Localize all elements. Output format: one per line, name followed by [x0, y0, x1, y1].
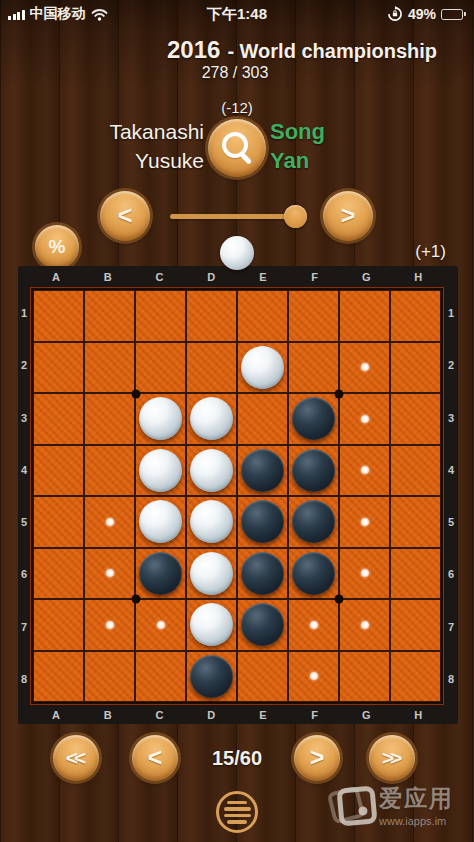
cell-G8[interactable]: [340, 652, 389, 702]
watermark-url: www.iapps.im: [379, 815, 454, 827]
cell-H3[interactable]: [391, 394, 440, 444]
col-label-B: B: [82, 266, 134, 287]
white-disc-C5: [139, 500, 182, 543]
cell-H7[interactable]: [391, 600, 440, 650]
analyze-button[interactable]: [208, 119, 266, 177]
cell-D6[interactable]: [187, 549, 236, 599]
col-label-G: G: [341, 705, 393, 724]
legal-move-dot-F7[interactable]: [310, 621, 318, 629]
col-label-C: C: [134, 705, 186, 724]
cell-E4[interactable]: [238, 446, 287, 496]
watermark-name: 爱应用: [379, 783, 454, 814]
black-disc-F3: [292, 397, 335, 440]
legal-move-dot-C7[interactable]: [157, 621, 165, 629]
cell-A1[interactable]: [34, 291, 83, 341]
white-disc-C4: [139, 449, 182, 492]
cell-A4[interactable]: [34, 446, 83, 496]
cell-B4[interactable]: [85, 446, 134, 496]
row-label-5: 5: [444, 496, 458, 548]
cell-B7[interactable]: [85, 600, 134, 650]
cell-D8[interactable]: [187, 652, 236, 702]
cell-D7[interactable]: [187, 600, 236, 650]
cell-A8[interactable]: [34, 652, 83, 702]
black-disc-F4: [292, 449, 335, 492]
legal-move-dot-F8[interactable]: [310, 672, 318, 680]
cell-F5[interactable]: [289, 497, 338, 547]
othello-board: ABCDEFGH 12345678 12345678 ABCDEFGH: [18, 266, 458, 724]
row-labels-left: 12345678: [18, 287, 30, 705]
cell-H6[interactable]: [391, 549, 440, 599]
cell-H4[interactable]: [391, 446, 440, 496]
white-disc-C3: [139, 397, 182, 440]
cell-F1[interactable]: [289, 291, 338, 341]
player-left-name: Takanashi Yusuke: [0, 117, 204, 175]
row-label-6: 6: [18, 548, 30, 600]
cell-G2[interactable]: [340, 343, 389, 393]
row-label-5: 5: [18, 496, 30, 548]
eval-annotation-top: (-12): [0, 99, 474, 116]
cell-F8[interactable]: [289, 652, 338, 702]
cell-E6[interactable]: [238, 549, 287, 599]
page-title: 2016- World championship: [167, 36, 437, 64]
cell-D2[interactable]: [187, 343, 236, 393]
legal-move-dot-G6[interactable]: [361, 569, 369, 577]
col-label-B: B: [82, 705, 134, 724]
column-labels-bottom: ABCDEFGH: [30, 705, 444, 724]
game-slider-knob[interactable]: [284, 205, 307, 228]
white-disc-E2: [241, 346, 284, 389]
black-disc-F6: [292, 552, 335, 595]
row-label-2: 2: [18, 339, 30, 391]
cell-A2[interactable]: [34, 343, 83, 393]
white-disc-D3: [190, 397, 233, 440]
white-disc-D5: [190, 500, 233, 543]
cell-C8[interactable]: [136, 652, 185, 702]
cell-E5[interactable]: [238, 497, 287, 547]
col-label-D: D: [185, 266, 237, 287]
row-label-7: 7: [18, 601, 30, 653]
cell-D1[interactable]: [187, 291, 236, 341]
legal-move-dot-B5[interactable]: [106, 518, 114, 526]
col-label-H: H: [392, 705, 444, 724]
col-label-A: A: [30, 266, 82, 287]
white-disc-D7: [190, 603, 233, 646]
cell-D4[interactable]: [187, 446, 236, 496]
status-bar: 中国移动 下午1:48 49%: [0, 0, 474, 28]
iapps-logo-icon: [330, 783, 372, 827]
black-disc-E7: [241, 603, 284, 646]
slider-prev-button[interactable]: <: [100, 191, 150, 241]
cell-A3[interactable]: [34, 394, 83, 444]
star-point: [334, 389, 343, 398]
cell-B6[interactable]: [85, 549, 134, 599]
cell-B1[interactable]: [85, 291, 134, 341]
last-move-button[interactable]: >>: [369, 735, 415, 781]
cell-G6[interactable]: [340, 549, 389, 599]
title-year: 2016: [167, 36, 220, 63]
cell-F4[interactable]: [289, 446, 338, 496]
cell-E2[interactable]: [238, 343, 287, 393]
cell-E7[interactable]: [238, 600, 287, 650]
cell-H1[interactable]: [391, 291, 440, 341]
legal-move-dot-G5[interactable]: [361, 518, 369, 526]
row-label-8: 8: [444, 653, 458, 705]
cell-F2[interactable]: [289, 343, 338, 393]
eval-annotation-board: (+1): [415, 242, 446, 262]
cell-G5[interactable]: [340, 497, 389, 547]
app-screen: 中国移动 下午1:48 49% 2016- World championsh: [0, 0, 474, 842]
legal-move-dot-G7[interactable]: [361, 621, 369, 629]
cell-B2[interactable]: [85, 343, 134, 393]
cell-G3[interactable]: [340, 394, 389, 444]
cell-F7[interactable]: [289, 600, 338, 650]
col-label-D: D: [185, 705, 237, 724]
cell-B5[interactable]: [85, 497, 134, 547]
cell-C7[interactable]: [136, 600, 185, 650]
row-label-4: 4: [444, 444, 458, 496]
cell-E1[interactable]: [238, 291, 287, 341]
hamburger-icon: [227, 801, 247, 805]
player-right-name: Song Yan: [270, 117, 325, 175]
row-label-2: 2: [444, 339, 458, 391]
cell-C1[interactable]: [136, 291, 185, 341]
legal-move-dot-B6[interactable]: [106, 569, 114, 577]
col-label-A: A: [30, 705, 82, 724]
cell-C5[interactable]: [136, 497, 185, 547]
slider-next-button[interactable]: >: [323, 191, 373, 241]
star-point: [131, 389, 140, 398]
clock-label: 下午1:48: [0, 5, 474, 24]
star-point: [131, 594, 140, 603]
percent-button[interactable]: %: [35, 225, 79, 269]
menu-button[interactable]: [216, 791, 258, 833]
white-disc-D4: [190, 449, 233, 492]
game-counter: 278 / 303: [0, 64, 470, 82]
black-disc-E6: [241, 552, 284, 595]
col-label-F: F: [289, 266, 341, 287]
cell-A6[interactable]: [34, 549, 83, 599]
cell-C2[interactable]: [136, 343, 185, 393]
star-point: [334, 594, 343, 603]
col-label-G: G: [341, 266, 393, 287]
cell-G1[interactable]: [340, 291, 389, 341]
cell-G4[interactable]: [340, 446, 389, 496]
col-label-E: E: [237, 705, 289, 724]
row-labels-right: 12345678: [444, 287, 458, 705]
cell-H2[interactable]: [391, 343, 440, 393]
cell-F3[interactable]: [289, 394, 338, 444]
white-disc-D6: [190, 552, 233, 595]
cell-A5[interactable]: [34, 497, 83, 547]
row-label-4: 4: [18, 444, 30, 496]
legal-move-dot-G3[interactable]: [361, 415, 369, 423]
cell-D3[interactable]: [187, 394, 236, 444]
col-label-F: F: [289, 705, 341, 724]
col-label-C: C: [134, 266, 186, 287]
cell-C6[interactable]: [136, 549, 185, 599]
legal-move-dot-G4[interactable]: [361, 466, 369, 474]
cell-H8[interactable]: [391, 652, 440, 702]
cell-A7[interactable]: [34, 600, 83, 650]
row-label-7: 7: [444, 601, 458, 653]
black-disc-C6: [139, 552, 182, 595]
cell-H5[interactable]: [391, 497, 440, 547]
row-label-1: 1: [18, 287, 30, 339]
cell-D5[interactable]: [187, 497, 236, 547]
row-label-3: 3: [444, 392, 458, 444]
cell-G7[interactable]: [340, 600, 389, 650]
legal-move-dot-G2[interactable]: [361, 363, 369, 371]
black-disc-D8: [190, 655, 233, 698]
row-label-1: 1: [444, 287, 458, 339]
col-label-H: H: [392, 266, 444, 287]
turn-indicator-white-disc: [220, 236, 254, 270]
black-disc-E5: [241, 500, 284, 543]
board-play-area: [30, 287, 444, 705]
cell-B8[interactable]: [85, 652, 134, 702]
row-label-6: 6: [444, 548, 458, 600]
row-label-8: 8: [18, 653, 30, 705]
title-rest: - World championship: [227, 40, 437, 62]
col-label-E: E: [237, 266, 289, 287]
legal-move-dot-B7[interactable]: [106, 621, 114, 629]
cell-E8[interactable]: [238, 652, 287, 702]
next-move-button[interactable]: >: [294, 735, 340, 781]
watermark: 爱应用 www.iapps.im: [330, 783, 454, 827]
cell-F6[interactable]: [289, 549, 338, 599]
black-disc-E4: [241, 449, 284, 492]
cell-C4[interactable]: [136, 446, 185, 496]
row-label-3: 3: [18, 392, 30, 444]
cell-B3[interactable]: [85, 394, 134, 444]
game-slider-track[interactable]: [170, 214, 302, 219]
black-disc-F5: [292, 500, 335, 543]
cell-C3[interactable]: [136, 394, 185, 444]
cell-E3[interactable]: [238, 394, 287, 444]
